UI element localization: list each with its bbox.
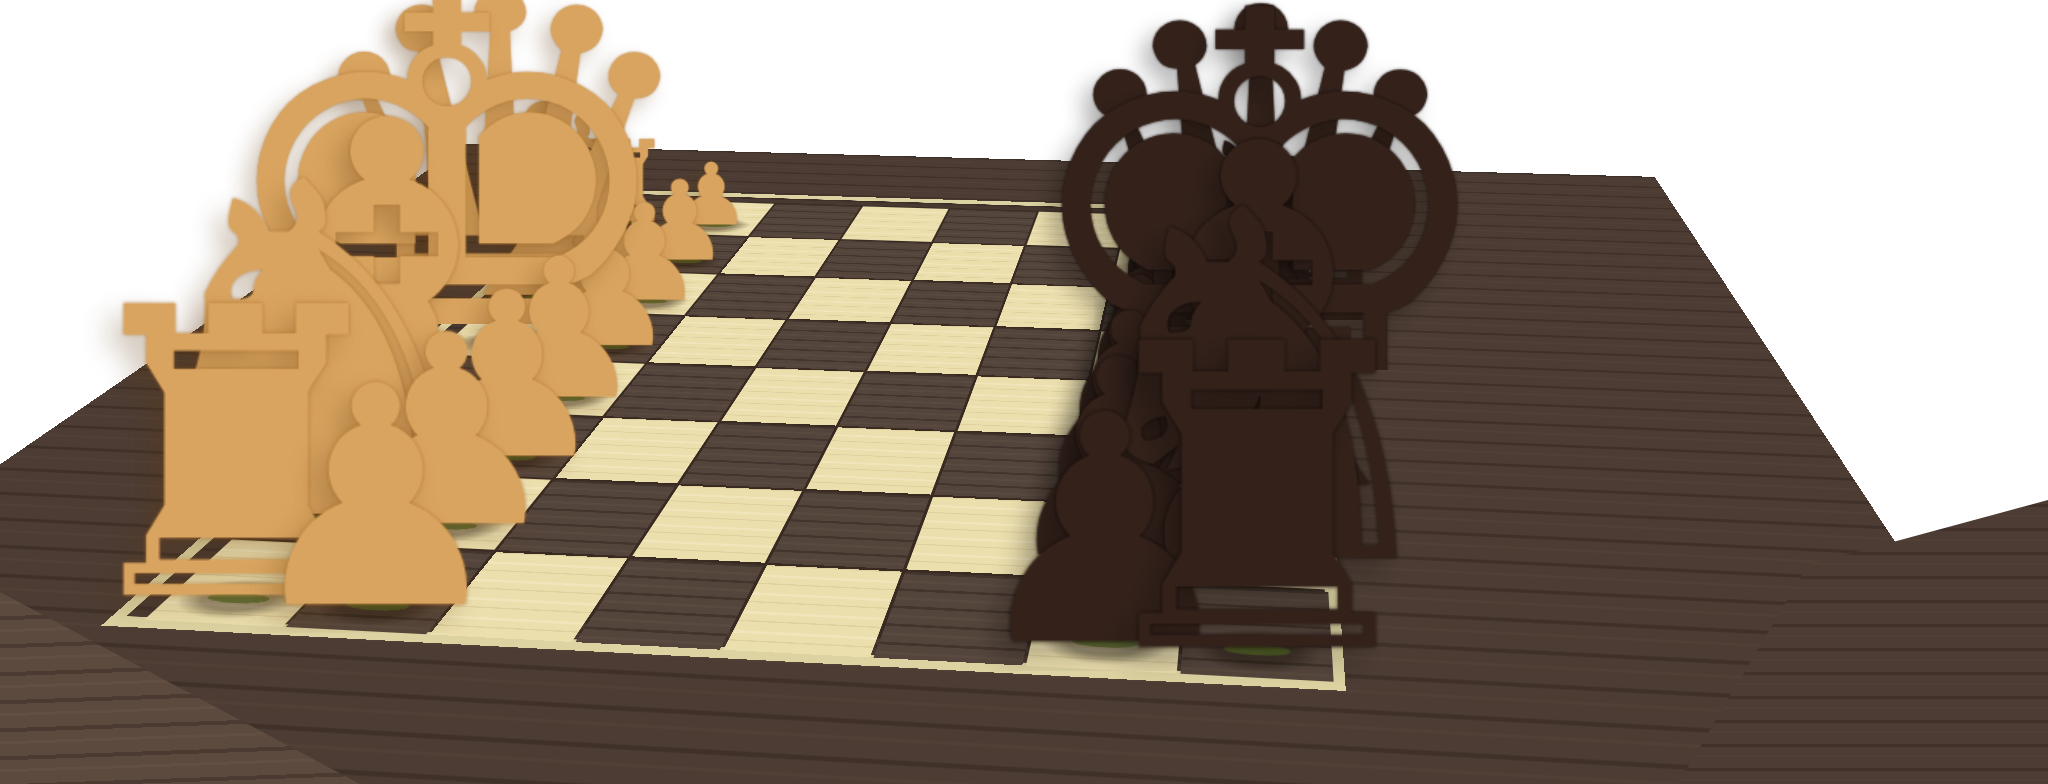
piece-white-pawn[interactable]: ♟: [239, 347, 512, 651]
square-c5[interactable]: [892, 281, 1009, 326]
photo-scene: ♜♟♟♜♞♟♟♞♝♟♟♝♛♟♟♛♚♟♟♚♝♟♟♝♞♟♟♞♜♟♟♜: [0, 0, 2048, 784]
square-h8[interactable]: ♜: [1181, 585, 1334, 681]
piece-black-rook[interactable]: ♜: [1069, 292, 1446, 712]
playing-field: ♜♟♟♜♞♟♟♞♝♟♟♝♛♟♟♛♚♟♟♚♝♟♟♝♞♟♟♞♜♟♟♜: [163, 199, 1306, 661]
square-a4[interactable]: [841, 206, 948, 242]
chess-board: ♜♟♟♜♞♟♟♞♝♟♟♝♛♟♟♛♚♟♟♚♝♟♟♝♞♟♟♞♜♟♟♜: [0, 144, 2048, 784]
maple-inlay-line: ♜♟♟♜♞♟♟♞♝♟♟♝♛♟♟♛♚♟♟♚♝♟♟♝♞♟♟♞♜♟♟♜: [101, 189, 1346, 691]
square-e5[interactable]: [839, 372, 975, 430]
